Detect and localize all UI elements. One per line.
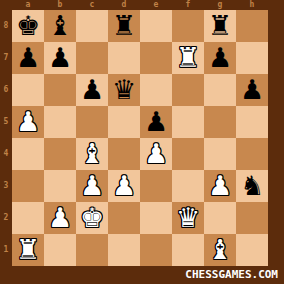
square-g6[interactable] xyxy=(204,74,236,106)
square-e8[interactable] xyxy=(140,10,172,42)
square-b1[interactable] xyxy=(44,234,76,266)
rank-label-6: 6 xyxy=(0,74,12,106)
square-e7[interactable] xyxy=(140,42,172,74)
square-g8[interactable]: ♜ xyxy=(204,10,236,42)
piece-black-pawn: ♟ xyxy=(76,74,108,106)
square-b5[interactable] xyxy=(44,106,76,138)
square-d1[interactable] xyxy=(108,234,140,266)
piece-white-pawn: ♟ xyxy=(76,170,108,202)
piece-white-bishop: ♝ xyxy=(76,138,108,170)
rank-label-1: 1 xyxy=(0,234,12,266)
square-h4[interactable] xyxy=(236,138,268,170)
square-c6[interactable]: ♟ xyxy=(76,74,108,106)
square-b8[interactable]: ♝ xyxy=(44,10,76,42)
square-d7[interactable] xyxy=(108,42,140,74)
square-f1[interactable] xyxy=(172,234,204,266)
square-h6[interactable]: ♟ xyxy=(236,74,268,106)
square-a6[interactable] xyxy=(12,74,44,106)
square-h2[interactable] xyxy=(236,202,268,234)
file-label-d: d xyxy=(108,0,140,10)
piece-black-bishop: ♝ xyxy=(44,10,76,42)
square-a1[interactable]: ♜ xyxy=(12,234,44,266)
file-label-a: a xyxy=(12,0,44,10)
square-d6[interactable]: ♛ xyxy=(108,74,140,106)
rank-label-5: 5 xyxy=(0,106,12,138)
square-a8[interactable]: ♚ xyxy=(12,10,44,42)
file-label-c: c xyxy=(76,0,108,10)
piece-white-pawn: ♟ xyxy=(44,202,76,234)
piece-black-rook: ♜ xyxy=(204,10,236,42)
piece-white-bishop: ♝ xyxy=(204,234,236,266)
file-labels: abcdefgh xyxy=(12,0,268,10)
square-f4[interactable] xyxy=(172,138,204,170)
piece-white-queen: ♛ xyxy=(172,202,204,234)
square-f6[interactable] xyxy=(172,74,204,106)
piece-black-pawn: ♟ xyxy=(44,42,76,74)
square-e3[interactable] xyxy=(140,170,172,202)
square-d3[interactable]: ♟ xyxy=(108,170,140,202)
square-c1[interactable] xyxy=(76,234,108,266)
piece-black-queen: ♛ xyxy=(108,74,140,106)
square-e2[interactable] xyxy=(140,202,172,234)
square-e5[interactable]: ♟ xyxy=(140,106,172,138)
square-a7[interactable]: ♟ xyxy=(12,42,44,74)
file-label-e: e xyxy=(140,0,172,10)
rank-label-3: 3 xyxy=(0,170,12,202)
square-c8[interactable] xyxy=(76,10,108,42)
rank-label-4: 4 xyxy=(0,138,12,170)
rank-label-8: 8 xyxy=(0,10,12,42)
square-g3[interactable]: ♟ xyxy=(204,170,236,202)
square-c3[interactable]: ♟ xyxy=(76,170,108,202)
rank-label-7: 7 xyxy=(0,42,12,74)
square-d5[interactable] xyxy=(108,106,140,138)
chess-board: ♚♝♜♜♟♟♜♟♟♛♟♟♟♝♟♟♟♟♞♟♚♛♜♝ xyxy=(12,10,268,266)
square-e1[interactable] xyxy=(140,234,172,266)
square-g2[interactable] xyxy=(204,202,236,234)
square-f7[interactable]: ♜ xyxy=(172,42,204,74)
rank-labels: 87654321 xyxy=(0,10,12,266)
piece-black-pawn: ♟ xyxy=(140,106,172,138)
file-label-b: b xyxy=(44,0,76,10)
square-a5[interactable]: ♟ xyxy=(12,106,44,138)
square-e4[interactable]: ♟ xyxy=(140,138,172,170)
piece-black-king: ♚ xyxy=(12,10,44,42)
square-h3[interactable]: ♞ xyxy=(236,170,268,202)
piece-white-pawn: ♟ xyxy=(140,138,172,170)
piece-white-rook: ♜ xyxy=(12,234,44,266)
square-h7[interactable] xyxy=(236,42,268,74)
square-a2[interactable] xyxy=(12,202,44,234)
square-f8[interactable] xyxy=(172,10,204,42)
rank-label-2: 2 xyxy=(0,202,12,234)
piece-black-pawn: ♟ xyxy=(12,42,44,74)
piece-black-pawn: ♟ xyxy=(204,42,236,74)
square-a3[interactable] xyxy=(12,170,44,202)
piece-black-pawn: ♟ xyxy=(236,74,268,106)
piece-white-pawn: ♟ xyxy=(12,106,44,138)
square-g7[interactable]: ♟ xyxy=(204,42,236,74)
file-label-f: f xyxy=(172,0,204,10)
square-d4[interactable] xyxy=(108,138,140,170)
piece-white-pawn: ♟ xyxy=(108,170,140,202)
square-b4[interactable] xyxy=(44,138,76,170)
square-c7[interactable] xyxy=(76,42,108,74)
square-a4[interactable] xyxy=(12,138,44,170)
square-b7[interactable]: ♟ xyxy=(44,42,76,74)
chess-diagram-frame: abcdefgh 87654321 ♚♝♜♜♟♟♜♟♟♛♟♟♟♝♟♟♟♟♞♟♚♛… xyxy=(0,0,284,284)
square-g4[interactable] xyxy=(204,138,236,170)
square-b3[interactable] xyxy=(44,170,76,202)
square-c2[interactable]: ♚ xyxy=(76,202,108,234)
square-g1[interactable]: ♝ xyxy=(204,234,236,266)
square-c4[interactable]: ♝ xyxy=(76,138,108,170)
square-g5[interactable] xyxy=(204,106,236,138)
piece-black-rook: ♜ xyxy=(108,10,140,42)
square-d2[interactable] xyxy=(108,202,140,234)
square-h5[interactable] xyxy=(236,106,268,138)
watermark: CHESSGAMES.COM xyxy=(185,268,278,282)
square-d8[interactable]: ♜ xyxy=(108,10,140,42)
file-label-g: g xyxy=(204,0,236,10)
piece-white-king: ♚ xyxy=(76,202,108,234)
square-f5[interactable] xyxy=(172,106,204,138)
piece-black-knight: ♞ xyxy=(236,170,268,202)
piece-white-rook: ♜ xyxy=(172,42,204,74)
piece-white-pawn: ♟ xyxy=(204,170,236,202)
square-f3[interactable] xyxy=(172,170,204,202)
square-f2[interactable]: ♛ xyxy=(172,202,204,234)
square-e6[interactable] xyxy=(140,74,172,106)
file-label-h: h xyxy=(236,0,268,10)
square-h1[interactable] xyxy=(236,234,268,266)
square-c5[interactable] xyxy=(76,106,108,138)
square-b6[interactable] xyxy=(44,74,76,106)
square-b2[interactable]: ♟ xyxy=(44,202,76,234)
square-h8[interactable] xyxy=(236,10,268,42)
